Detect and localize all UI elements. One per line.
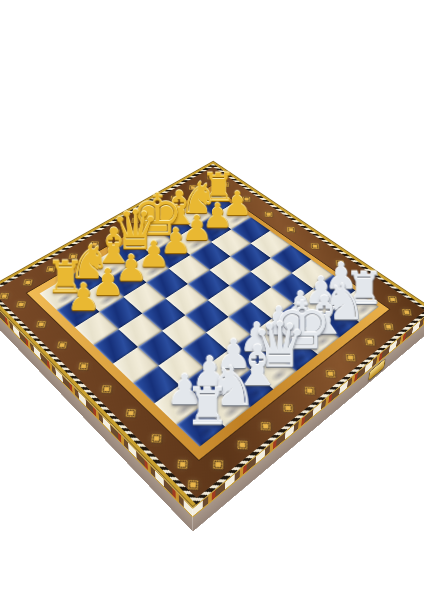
piece-anchor: ♟: [57, 295, 100, 327]
product-photo: ◈ ◈ ◈ ◈ ◈ ◈ ◈ ◈ ◈ ◈ ◈ ◈ ◈ ◈ ◈ ◈ ◈ ◈ ◈ ◈ …: [0, 0, 424, 600]
chess-set-scene: ◈ ◈ ◈ ◈ ◈ ◈ ◈ ◈ ◈ ◈ ◈ ◈ ◈ ◈ ◈ ◈ ◈ ◈ ◈ ◈ …: [0, 0, 424, 600]
board-frame-amber-band: ♜♞♝♛♚♝♞♜♟♟♟♟♟♟♟♟♟♟♟♟♟♟♟♟♜♞♝♛♚♝♞♜: [26, 185, 391, 461]
latch-icon: [368, 358, 386, 381]
piece-gold-pawn: ♟: [67, 278, 101, 316]
chess-box: ◈ ◈ ◈ ◈ ◈ ◈ ◈ ◈ ◈ ◈ ◈ ◈ ◈ ◈ ◈ ◈ ◈ ◈ ◈ ◈ …: [0, 161, 424, 508]
board-frame-outer-trim: ◈ ◈ ◈ ◈ ◈ ◈ ◈ ◈ ◈ ◈ ◈ ◈ ◈ ◈ ◈ ◈ ◈ ◈ ◈ ◈ …: [0, 161, 424, 508]
board-frame-zigzag-inlay: ◈ ◈ ◈ ◈ ◈ ◈ ◈ ◈ ◈ ◈ ◈ ◈ ◈ ◈ ◈ ◈ ◈ ◈ ◈ ◈ …: [0, 164, 424, 505]
piece-silver-rook: ♜: [185, 381, 231, 432]
board-frame-wood-band: ◈ ◈ ◈ ◈ ◈ ◈ ◈ ◈ ◈ ◈ ◈ ◈ ◈ ◈ ◈ ◈ ◈ ◈ ◈ ◈ …: [0, 167, 424, 498]
piece-anchor: ♜: [176, 406, 225, 447]
